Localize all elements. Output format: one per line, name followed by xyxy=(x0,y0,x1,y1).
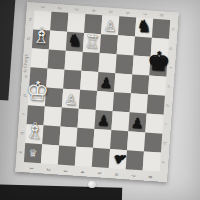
square-d6 xyxy=(113,92,131,112)
square-g2 xyxy=(49,31,67,51)
square-b7 xyxy=(127,131,145,151)
square-f1 xyxy=(31,48,49,68)
square-a1: ♛ xyxy=(24,143,42,163)
black-knight-g3: ♞ xyxy=(67,32,83,50)
white-king-d1: ♔ xyxy=(25,78,50,106)
square-c3 xyxy=(61,108,79,128)
black-king-f8: ♚ xyxy=(146,48,171,76)
table-shadow-bottom xyxy=(0,184,122,200)
square-b8 xyxy=(144,132,162,152)
square-c4 xyxy=(77,109,95,129)
square-f4 xyxy=(81,52,99,72)
square-g1: ♗ xyxy=(32,29,50,49)
square-f8: ♚ xyxy=(149,57,167,77)
square-h6 xyxy=(118,16,136,36)
white-pawn-d3: ♙ xyxy=(64,92,78,107)
brand-logo-icon: ♛ xyxy=(28,148,38,159)
square-c6 xyxy=(111,111,129,131)
square-g5 xyxy=(100,34,118,54)
square-e8 xyxy=(148,76,166,96)
square-b6 xyxy=(110,130,128,150)
square-a2 xyxy=(41,144,59,164)
off-board-piece xyxy=(88,181,96,188)
square-c8 xyxy=(145,114,163,134)
black-pawn-c7: ♟ xyxy=(131,116,145,131)
square-g6 xyxy=(117,35,135,55)
square-e5: ♟ xyxy=(97,72,115,92)
white-pawn-h5: ♙ xyxy=(103,19,117,34)
square-b3 xyxy=(59,127,77,147)
table-shadow-left xyxy=(0,0,16,100)
white-bishop-b1: ♗ xyxy=(24,121,44,143)
square-e4 xyxy=(80,71,98,91)
square-a6: ♟ xyxy=(109,149,127,169)
photo-scene: ©Chess hgfedcba hgfedcba 12345678 123456… xyxy=(0,0,200,200)
square-d5 xyxy=(96,91,114,111)
square-g3: ♞ xyxy=(66,32,84,52)
square-f6 xyxy=(115,54,133,74)
square-c5: ♟ xyxy=(94,110,112,130)
square-a8 xyxy=(143,151,161,171)
square-h8 xyxy=(152,19,170,39)
black-pawn-c5: ♟ xyxy=(97,114,111,129)
square-a3 xyxy=(58,145,76,165)
square-a4 xyxy=(75,147,93,167)
square-h5: ♙ xyxy=(101,15,119,35)
black-knight-h7: ♞ xyxy=(136,18,152,36)
square-c2 xyxy=(44,106,62,126)
square-e6 xyxy=(114,73,132,93)
square-d8 xyxy=(147,95,165,115)
square-d1: ♔ xyxy=(28,86,46,106)
chessboard-mat: ©Chess hgfedcba hgfedcba 12345678 123456… xyxy=(15,2,178,182)
chess-board: ♙♞♗♞♖♚♟♔♙♟♟♗♛♟ xyxy=(24,10,170,171)
square-h7: ♞ xyxy=(135,18,153,38)
square-b1: ♗ xyxy=(25,124,43,144)
square-d4 xyxy=(79,90,97,110)
square-h2 xyxy=(50,12,68,32)
square-d3: ♙ xyxy=(62,89,80,109)
square-e3 xyxy=(63,70,81,90)
square-c7: ♟ xyxy=(128,112,146,132)
square-b4 xyxy=(76,128,94,148)
square-f5 xyxy=(98,53,116,73)
square-a5 xyxy=(92,148,110,168)
square-d7 xyxy=(130,93,148,113)
square-f3 xyxy=(64,51,82,71)
square-e7 xyxy=(131,74,149,94)
black-pawn-e5: ♟ xyxy=(99,76,113,91)
square-g4: ♖ xyxy=(83,33,101,53)
square-f2 xyxy=(48,50,66,70)
square-b2 xyxy=(42,125,60,145)
square-b5 xyxy=(93,129,111,149)
white-bishop-g1: ♗ xyxy=(31,26,51,48)
white-rook-g4: ♖ xyxy=(84,33,100,51)
